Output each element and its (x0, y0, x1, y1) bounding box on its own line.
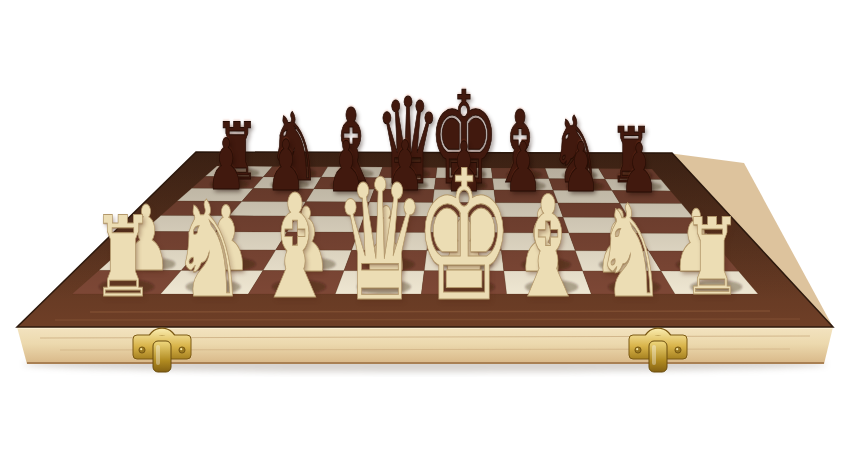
piece-glyph: ♞ (595, 188, 666, 316)
scene: ♜♞♝♛♚♝♞♜♟♟♟♟♟♟♟♟♟♟♟♟♟♟♟♟♜♞♝♛♚♝♞♜ (0, 0, 851, 460)
piece-glyph: ♜ (92, 200, 154, 312)
piece-white-rook[interactable]: ♜ (665, 205, 760, 311)
piece-glyph: ♜ (683, 205, 742, 311)
pieces-layer: ♜♞♝♛♚♝♞♜♟♟♟♟♟♟♟♟♟♟♟♟♟♟♟♟♜♞♝♛♚♝♞♜ (0, 0, 851, 460)
